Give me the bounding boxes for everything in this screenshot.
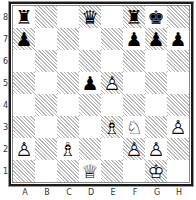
square-d7[interactable] — [79, 28, 101, 50]
black-pawn: ♟ — [145, 28, 167, 50]
square-a6[interactable] — [13, 50, 35, 72]
black-pawn: ♟ — [13, 28, 35, 50]
square-b1[interactable] — [35, 160, 57, 182]
white-bishop: ♝♗ — [57, 138, 79, 160]
square-c2[interactable]: ♝♗ — [57, 138, 79, 160]
square-a7[interactable]: ♟ — [13, 28, 35, 50]
square-h1[interactable] — [167, 160, 189, 182]
square-c7[interactable] — [57, 28, 79, 50]
rank-label-3: 3 — [0, 117, 8, 139]
square-a2[interactable]: ♟♙ — [13, 138, 35, 160]
square-c3[interactable] — [57, 116, 79, 138]
square-e7[interactable] — [101, 28, 123, 50]
square-b8[interactable] — [35, 6, 57, 28]
square-g8[interactable]: ♚ — [145, 6, 167, 28]
square-a5[interactable] — [13, 72, 35, 94]
square-h3[interactable]: ♟♙ — [167, 116, 189, 138]
file-label-c: C — [58, 187, 80, 199]
square-g3[interactable] — [145, 116, 167, 138]
file-label-a: A — [14, 187, 36, 199]
square-h8[interactable] — [167, 6, 189, 28]
black-pawn: ♟ — [79, 72, 101, 94]
rank-label-2: 2 — [0, 139, 8, 161]
black-queen: ♛ — [79, 6, 101, 28]
rank-label-7: 7 — [0, 29, 8, 51]
file-label-g: G — [146, 187, 168, 199]
file-labels: ABCDEFGH — [14, 187, 190, 199]
square-d8[interactable]: ♛ — [79, 6, 101, 28]
square-h5[interactable] — [167, 72, 189, 94]
square-d5[interactable]: ♟ — [79, 72, 101, 94]
square-f6[interactable] — [123, 50, 145, 72]
square-a4[interactable] — [13, 94, 35, 116]
square-f5[interactable] — [123, 72, 145, 94]
square-f4[interactable] — [123, 94, 145, 116]
white-pawn: ♟♙ — [13, 138, 35, 160]
rank-label-1: 1 — [0, 161, 8, 183]
file-label-d: D — [80, 187, 102, 199]
square-e6[interactable] — [101, 50, 123, 72]
square-a8[interactable]: ♜ — [13, 6, 35, 28]
square-d3[interactable] — [79, 116, 101, 138]
square-c8[interactable] — [57, 6, 79, 28]
square-h4[interactable] — [167, 94, 189, 116]
black-pawn: ♟ — [123, 28, 145, 50]
square-b2[interactable] — [35, 138, 57, 160]
square-g5[interactable] — [145, 72, 167, 94]
square-e8[interactable] — [101, 6, 123, 28]
square-d6[interactable] — [79, 50, 101, 72]
square-g1[interactable]: ♚♔ — [145, 160, 167, 182]
square-h2[interactable] — [167, 138, 189, 160]
white-bishop: ♝♗ — [101, 116, 123, 138]
square-d2[interactable] — [79, 138, 101, 160]
square-a3[interactable] — [13, 116, 35, 138]
white-queen: ♛♕ — [79, 160, 101, 182]
rank-label-5: 5 — [0, 73, 8, 95]
square-c1[interactable] — [57, 160, 79, 182]
rank-labels: 87654321 — [0, 7, 8, 183]
black-pawn: ♟ — [167, 28, 189, 50]
square-e2[interactable] — [101, 138, 123, 160]
square-e4[interactable] — [101, 94, 123, 116]
black-rook: ♜ — [123, 6, 145, 28]
square-c4[interactable] — [57, 94, 79, 116]
white-knight: ♞♘ — [123, 116, 145, 138]
square-f8[interactable]: ♜ — [123, 6, 145, 28]
file-label-b: B — [36, 187, 58, 199]
rank-label-4: 4 — [0, 95, 8, 117]
black-rook: ♜ — [13, 6, 35, 28]
square-d4[interactable] — [79, 94, 101, 116]
square-e1[interactable] — [101, 160, 123, 182]
white-pawn: ♟♙ — [101, 72, 123, 94]
white-pawn: ♟♙ — [123, 138, 145, 160]
square-b6[interactable] — [35, 50, 57, 72]
square-f2[interactable]: ♟♙ — [123, 138, 145, 160]
square-b3[interactable] — [35, 116, 57, 138]
white-king: ♚♔ — [145, 160, 167, 182]
square-c5[interactable] — [57, 72, 79, 94]
square-b4[interactable] — [35, 94, 57, 116]
square-e3[interactable]: ♝♗ — [101, 116, 123, 138]
square-g6[interactable] — [145, 50, 167, 72]
board-frame: ♜♛♜♚♟♟♟♟♟♟♙♝♗♞♘♟♙♟♙♝♗♟♙♟♙♛♕♚♔ — [9, 2, 193, 186]
square-f1[interactable] — [123, 160, 145, 182]
square-g7[interactable]: ♟ — [145, 28, 167, 50]
square-h7[interactable]: ♟ — [167, 28, 189, 50]
file-label-f: F — [124, 187, 146, 199]
square-f7[interactable]: ♟ — [123, 28, 145, 50]
chess-diagram: 87654321 ♜♛♜♚♟♟♟♟♟♟♙♝♗♞♘♟♙♟♙♝♗♟♙♟♙♛♕♚♔ A… — [0, 0, 196, 200]
square-g4[interactable] — [145, 94, 167, 116]
square-c6[interactable] — [57, 50, 79, 72]
square-e5[interactable]: ♟♙ — [101, 72, 123, 94]
square-g2[interactable]: ♟♙ — [145, 138, 167, 160]
square-h6[interactable] — [167, 50, 189, 72]
black-king: ♚ — [145, 6, 167, 28]
square-d1[interactable]: ♛♕ — [79, 160, 101, 182]
rank-label-6: 6 — [0, 51, 8, 73]
file-label-h: H — [168, 187, 190, 199]
white-pawn: ♟♙ — [145, 138, 167, 160]
square-a1[interactable] — [13, 160, 35, 182]
board: ♜♛♜♚♟♟♟♟♟♟♙♝♗♞♘♟♙♟♙♝♗♟♙♟♙♛♕♚♔ — [12, 5, 190, 183]
square-b7[interactable] — [35, 28, 57, 50]
white-pawn: ♟♙ — [167, 116, 189, 138]
rank-label-8: 8 — [0, 7, 8, 29]
square-b5[interactable] — [35, 72, 57, 94]
file-label-e: E — [102, 187, 124, 199]
square-f3[interactable]: ♞♘ — [123, 116, 145, 138]
